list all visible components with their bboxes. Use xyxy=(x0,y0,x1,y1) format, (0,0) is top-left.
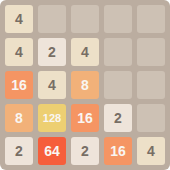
tile-r2c3: 4 xyxy=(71,38,99,66)
empty-cell-r1c2 xyxy=(38,5,66,33)
tile-r1c1: 4 xyxy=(5,5,33,33)
tile-r2c2: 2 xyxy=(38,38,66,66)
game-board-2048[interactable]: 4 4 2 4 16 4 8 8 128 16 2 2 64 2 16 4 xyxy=(0,0,170,170)
empty-cell-r2c5 xyxy=(137,38,165,66)
tile-r4c2: 128 xyxy=(38,104,66,132)
empty-cell-r3c4 xyxy=(104,71,132,99)
tile-r2c1: 4 xyxy=(5,38,33,66)
tile-r5c4: 16 xyxy=(104,137,132,165)
empty-cell-r1c4 xyxy=(104,5,132,33)
tile-r3c1: 16 xyxy=(5,71,33,99)
tile-r5c1: 2 xyxy=(5,137,33,165)
tile-r3c3: 8 xyxy=(71,71,99,99)
tile-r4c4: 2 xyxy=(104,104,132,132)
empty-cell-r1c5 xyxy=(137,5,165,33)
tile-r4c1: 8 xyxy=(5,104,33,132)
empty-cell-r2c4 xyxy=(104,38,132,66)
tile-r5c2: 64 xyxy=(38,137,66,165)
empty-cell-r4c5 xyxy=(137,104,165,132)
empty-cell-r1c3 xyxy=(71,5,99,33)
tile-r4c3: 16 xyxy=(71,104,99,132)
tile-r5c3: 2 xyxy=(71,137,99,165)
tile-r3c2: 4 xyxy=(38,71,66,99)
empty-cell-r3c5 xyxy=(137,71,165,99)
tile-r5c5: 4 xyxy=(137,137,165,165)
